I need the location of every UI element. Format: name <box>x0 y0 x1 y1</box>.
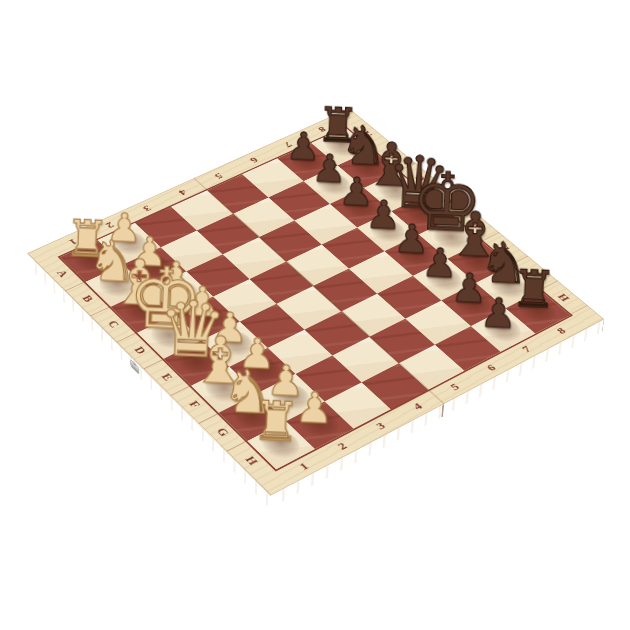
square-g7: ♟ <box>441 283 505 326</box>
square-b2: ♟ <box>123 247 186 289</box>
squares-grid: ♜♞♝♛♚♝♞♜♟♟♟♟♟♟♟♟♟♟♟♟♟♟♟♟♜♞♝♚♛♝♞♜ <box>60 128 570 470</box>
product-photo-stage: ABCDEFGH ABCDEFGH 87654321 87654321 ♜♞♝♛… <box>0 0 630 630</box>
side-fold-seam <box>441 404 444 417</box>
chess-board: ABCDEFGH ABCDEFGH 87654321 87654321 ♜♞♝♛… <box>27 108 604 495</box>
piece-shadow <box>118 293 167 327</box>
metal-clasp <box>131 360 139 374</box>
camera-tilt-wrapper: ABCDEFGH ABCDEFGH 87654321 87654321 ♜♞♝♛… <box>0 0 630 630</box>
